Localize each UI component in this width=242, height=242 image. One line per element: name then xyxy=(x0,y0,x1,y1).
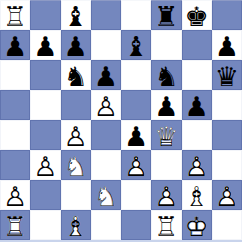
white-pawn-piece[interactable]: ♟♙ xyxy=(30,150,60,180)
square-f2[interactable]: ♟♙ xyxy=(151,180,181,210)
black-knight-glyph: ♞ xyxy=(61,61,91,91)
black-pawn-glyph: ♟ xyxy=(212,31,242,61)
square-b5[interactable] xyxy=(30,90,60,120)
black-pawn-piece[interactable]: ♟ xyxy=(212,30,242,60)
white-pawn-outline-glyph: ♙ xyxy=(30,151,60,181)
square-c3[interactable]: ♞♘ xyxy=(61,150,91,180)
square-f7[interactable] xyxy=(151,30,181,60)
square-e3[interactable]: ♟♙ xyxy=(121,150,151,180)
square-c8[interactable]: ♝ xyxy=(61,0,91,30)
square-d6[interactable]: ♟ xyxy=(91,60,121,90)
white-rook-piece[interactable]: ♜♖ xyxy=(0,0,30,30)
white-queen-outline-glyph: ♕ xyxy=(151,121,181,151)
board-grid: ♜♖♝♜♚♟♟♟♝♟♞♟♞♛♟♙♟♟♟♙♟♛♕♟♙♞♘♟♙♟♙♟♙♞♘♟♙♝♗♟… xyxy=(0,0,242,240)
black-knight-glyph: ♞ xyxy=(151,61,181,91)
black-bishop-glyph: ♝ xyxy=(61,1,91,31)
black-rook-piece[interactable]: ♜ xyxy=(151,0,181,30)
black-pawn-glyph: ♟ xyxy=(91,61,121,91)
black-rook-glyph: ♜ xyxy=(151,1,181,31)
white-pawn-outline-glyph: ♙ xyxy=(182,151,212,181)
white-bishop-piece[interactable]: ♝♗ xyxy=(182,180,212,210)
black-queen-glyph: ♛ xyxy=(212,61,242,91)
square-h8[interactable] xyxy=(212,0,242,30)
square-d7[interactable] xyxy=(91,30,121,60)
square-a1[interactable]: ♜♖ xyxy=(0,210,30,240)
white-bishop-piece[interactable]: ♝♗ xyxy=(61,210,91,240)
square-b7[interactable]: ♟ xyxy=(30,30,60,60)
white-king-piece[interactable]: ♚♔ xyxy=(182,210,212,240)
black-pawn-piece[interactable]: ♟ xyxy=(30,30,60,60)
black-pawn-glyph: ♟ xyxy=(121,121,151,151)
square-e7[interactable]: ♝ xyxy=(121,30,151,60)
white-rook-outline-glyph: ♖ xyxy=(0,211,30,241)
square-g3[interactable]: ♟♙ xyxy=(182,150,212,180)
white-knight-outline-glyph: ♘ xyxy=(61,151,91,181)
square-c6[interactable]: ♞ xyxy=(61,60,91,90)
square-h2[interactable]: ♟♙ xyxy=(212,180,242,210)
square-h4[interactable] xyxy=(212,120,242,150)
square-a3[interactable] xyxy=(0,150,30,180)
white-pawn-outline-glyph: ♙ xyxy=(0,181,30,211)
chess-board: ♜♖♝♜♚♟♟♟♝♟♞♟♞♛♟♙♟♟♟♙♟♛♕♟♙♞♘♟♙♟♙♟♙♞♘♟♙♝♗♟… xyxy=(0,0,242,242)
square-a2[interactable]: ♟♙ xyxy=(0,180,30,210)
square-h5[interactable] xyxy=(212,90,242,120)
square-a5[interactable] xyxy=(0,90,30,120)
square-c5[interactable] xyxy=(61,90,91,120)
black-pawn-glyph: ♟ xyxy=(30,31,60,61)
square-f8[interactable]: ♜ xyxy=(151,0,181,30)
square-a8[interactable]: ♜♖ xyxy=(0,0,30,30)
square-a6[interactable] xyxy=(0,60,30,90)
square-e8[interactable] xyxy=(121,0,151,30)
square-d3[interactable] xyxy=(91,150,121,180)
white-pawn-piece[interactable]: ♟♙ xyxy=(182,150,212,180)
white-pawn-piece[interactable]: ♟♙ xyxy=(91,90,121,120)
black-pawn-glyph: ♟ xyxy=(61,31,91,61)
black-king-piece[interactable]: ♚ xyxy=(182,0,212,30)
square-g7[interactable] xyxy=(182,30,212,60)
white-pawn-outline-glyph: ♙ xyxy=(91,91,121,121)
square-f4[interactable]: ♛♕ xyxy=(151,120,181,150)
square-c1[interactable]: ♝♗ xyxy=(61,210,91,240)
black-knight-piece[interactable]: ♞ xyxy=(151,60,181,90)
black-king-glyph: ♚ xyxy=(182,1,212,31)
white-pawn-outline-glyph: ♙ xyxy=(212,181,242,211)
black-pawn-piece[interactable]: ♟ xyxy=(121,120,151,150)
square-f6[interactable]: ♞ xyxy=(151,60,181,90)
square-g8[interactable]: ♚ xyxy=(182,0,212,30)
white-pawn-piece[interactable]: ♟♙ xyxy=(61,120,91,150)
square-e5[interactable] xyxy=(121,90,151,120)
square-f3[interactable] xyxy=(151,150,181,180)
square-b2[interactable] xyxy=(30,180,60,210)
white-pawn-piece[interactable]: ♟♙ xyxy=(212,180,242,210)
square-b8[interactable] xyxy=(30,0,60,30)
square-h6[interactable]: ♛ xyxy=(212,60,242,90)
black-knight-piece[interactable]: ♞ xyxy=(61,60,91,90)
square-d4[interactable] xyxy=(91,120,121,150)
white-knight-piece[interactable]: ♞♘ xyxy=(91,180,121,210)
black-pawn-glyph: ♟ xyxy=(151,91,181,121)
white-knight-piece[interactable]: ♞♘ xyxy=(61,150,91,180)
square-e6[interactable] xyxy=(121,60,151,90)
square-d5[interactable]: ♟♙ xyxy=(91,90,121,120)
square-f1[interactable]: ♜♖ xyxy=(151,210,181,240)
white-rook-piece[interactable]: ♜♖ xyxy=(0,210,30,240)
black-bishop-piece[interactable]: ♝ xyxy=(121,30,151,60)
square-c7[interactable]: ♟ xyxy=(61,30,91,60)
square-g5[interactable]: ♟ xyxy=(182,90,212,120)
white-rook-piece[interactable]: ♜♖ xyxy=(151,210,181,240)
square-f5[interactable]: ♟ xyxy=(151,90,181,120)
square-h1[interactable] xyxy=(212,210,242,240)
black-bishop-piece[interactable]: ♝ xyxy=(61,0,91,30)
white-bishop-outline-glyph: ♗ xyxy=(182,181,212,211)
white-pawn-piece[interactable]: ♟♙ xyxy=(151,180,181,210)
black-pawn-piece[interactable]: ♟ xyxy=(151,90,181,120)
square-b4[interactable] xyxy=(30,120,60,150)
square-b3[interactable]: ♟♙ xyxy=(30,150,60,180)
black-pawn-piece[interactable]: ♟ xyxy=(0,30,30,60)
white-pawn-outline-glyph: ♙ xyxy=(151,181,181,211)
square-g1[interactable]: ♚♔ xyxy=(182,210,212,240)
square-a4[interactable] xyxy=(0,120,30,150)
square-e2[interactable] xyxy=(121,180,151,210)
black-pawn-piece[interactable]: ♟ xyxy=(182,90,212,120)
square-g6[interactable] xyxy=(182,60,212,90)
square-b6[interactable] xyxy=(30,60,60,90)
square-c2[interactable] xyxy=(61,180,91,210)
white-bishop-outline-glyph: ♗ xyxy=(61,211,91,241)
square-d8[interactable] xyxy=(91,0,121,30)
square-a7[interactable]: ♟ xyxy=(0,30,30,60)
square-c4[interactable]: ♟♙ xyxy=(61,120,91,150)
black-bishop-glyph: ♝ xyxy=(121,31,151,61)
square-e4[interactable]: ♟ xyxy=(121,120,151,150)
square-g2[interactable]: ♝♗ xyxy=(182,180,212,210)
square-d1[interactable] xyxy=(91,210,121,240)
white-pawn-piece[interactable]: ♟♙ xyxy=(121,150,151,180)
white-rook-outline-glyph: ♖ xyxy=(151,211,181,241)
square-g4[interactable] xyxy=(182,120,212,150)
square-d2[interactable]: ♞♘ xyxy=(91,180,121,210)
black-pawn-glyph: ♟ xyxy=(0,31,30,61)
white-knight-outline-glyph: ♘ xyxy=(91,181,121,211)
square-h7[interactable]: ♟ xyxy=(212,30,242,60)
square-b1[interactable] xyxy=(30,210,60,240)
black-queen-piece[interactable]: ♛ xyxy=(212,60,242,90)
white-king-outline-glyph: ♔ xyxy=(182,211,212,241)
white-queen-piece[interactable]: ♛♕ xyxy=(151,120,181,150)
white-pawn-outline-glyph: ♙ xyxy=(121,151,151,181)
square-h3[interactable] xyxy=(212,150,242,180)
white-pawn-piece[interactable]: ♟♙ xyxy=(0,180,30,210)
white-pawn-outline-glyph: ♙ xyxy=(61,121,91,151)
black-pawn-piece[interactable]: ♟ xyxy=(91,60,121,90)
black-pawn-glyph: ♟ xyxy=(182,91,212,121)
black-pawn-piece[interactable]: ♟ xyxy=(61,30,91,60)
square-e1[interactable] xyxy=(121,210,151,240)
white-rook-outline-glyph: ♖ xyxy=(0,1,30,31)
